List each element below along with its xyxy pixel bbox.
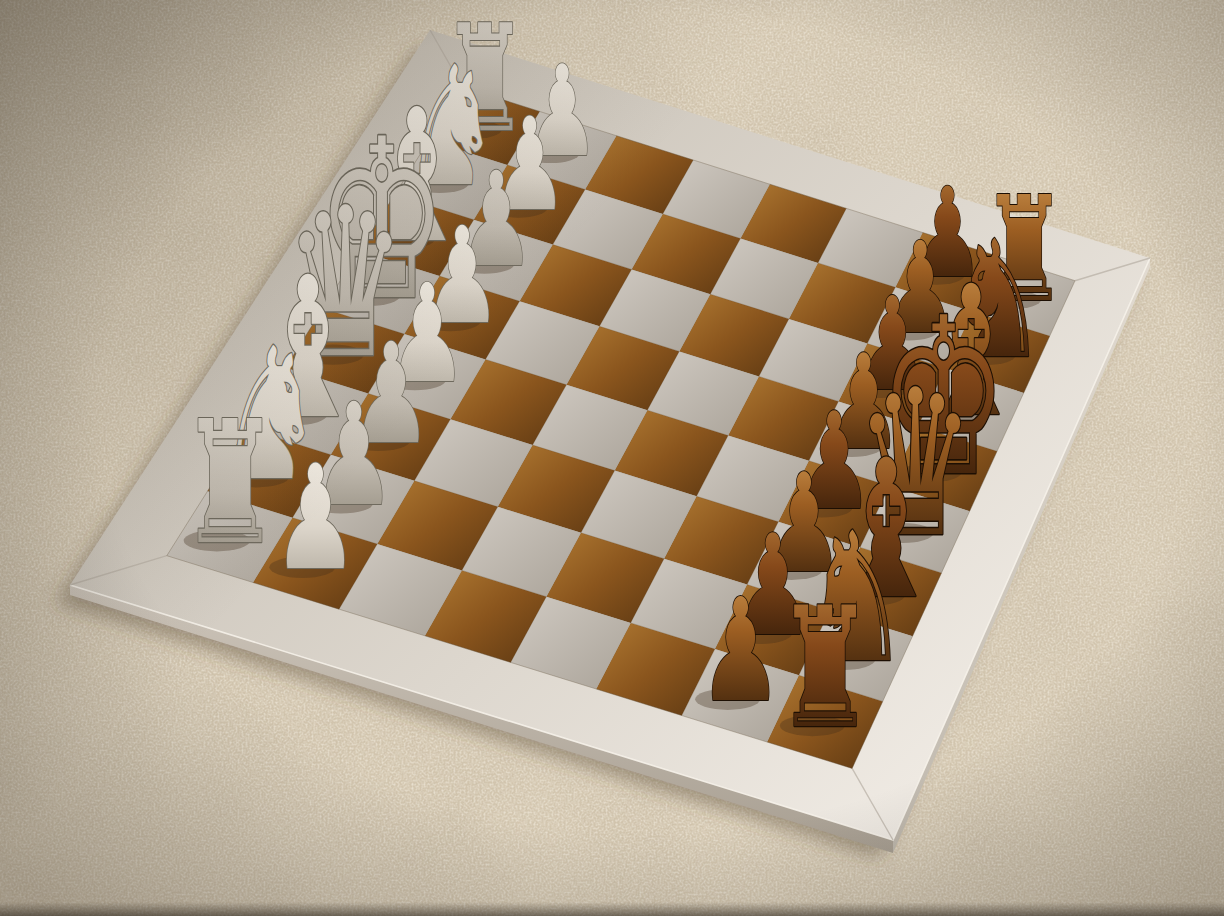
- scene-svg: ♜♟♞♟♝♟♟♚♜♟♟♛♞♟♟♝♝♟♟♚♞♟♟♛♜♟♟♝♟♞♟♜: [0, 0, 1224, 916]
- vignette: [0, 0, 1224, 916]
- photo-bottom-edge: [0, 902, 1224, 916]
- chess-photo-scene: ♜♟♞♟♝♟♟♚♜♟♟♛♞♟♟♝♝♟♟♚♞♟♟♛♜♟♟♝♟♞♟♜: [0, 0, 1224, 916]
